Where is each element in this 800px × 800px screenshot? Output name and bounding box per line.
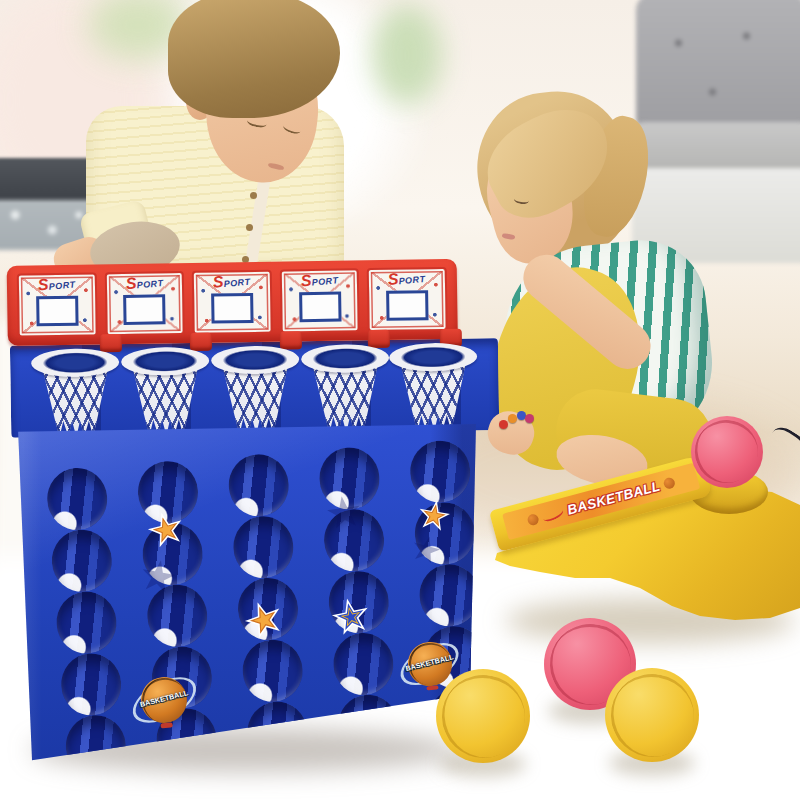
board-hole-empty [58,651,122,717]
sport-text-s: S [125,275,137,292]
basket-hoop [211,345,300,436]
board-hole-empty [317,445,381,511]
sport-logo: SPORT [388,269,427,292]
sport-text-port: PORT [136,278,164,290]
sport-text-s: S [37,277,49,294]
backboard-panel: SPORT [192,270,273,335]
board-hole-empty [331,631,395,697]
backboard-panel: SPORT [280,268,361,333]
backboard-panel: SPORT [104,271,185,336]
toy-basketball-pink [691,416,763,488]
basket-hoop [31,348,120,439]
basket-hoop [389,342,478,433]
backboard-target-square [299,292,341,323]
decorative-script-swoosh [541,505,566,524]
backboard-row: SPORTSPORTSPORTSPORTSPORT [7,259,458,346]
board-hole-empty [407,439,471,505]
sport-logo: SPORT [37,274,76,297]
sport-logo: SPORT [212,272,251,295]
bracelet-bead [508,414,517,423]
basketball-icon [662,476,675,489]
board-hole-empty [54,589,118,655]
toy-basketball-yellow [605,668,699,762]
basketball-sticker: BASKETBALL [135,671,192,728]
sport-text-s: S [300,273,312,290]
product-photo-scene: SPORTSPORTSPORTSPORTSPORT BASKETBALLBASK… [0,0,800,800]
toy-basketball-yellow [436,669,530,763]
basket-hoop [301,344,390,435]
backboard-panel: SPORT [17,272,98,337]
sport-logo: SPORT [300,270,339,293]
board-hole-empty [226,452,290,518]
board-hole-empty [417,562,481,628]
bracelet-bead [525,414,534,423]
board-hole-empty [240,638,304,704]
sport-text-port: PORT [399,274,427,286]
backboard-target-square [36,296,78,327]
bracelet-bead [499,420,508,429]
sport-logo: SPORT [125,273,164,296]
board-hole-empty [49,528,113,594]
sport-text-port: PORT [311,275,339,287]
backboard-target-square [386,290,428,321]
sport-text-port: PORT [223,277,251,289]
backboard-panel: SPORT [367,267,448,332]
board-hole-empty [321,507,385,573]
backboard-target-square [124,294,166,325]
board-hole-empty [235,576,299,642]
board-hole-empty [44,466,108,532]
board-hole-empty [145,583,209,649]
backboard-target-square [211,293,253,324]
hinges-holder [0,0,794,4]
board-hole-empty [135,459,199,525]
hoops-holder [0,0,794,4]
sport-text-port: PORT [48,279,76,291]
basketball-icon [527,513,540,526]
board-hole-empty [231,514,295,580]
basket-hoop [121,347,210,438]
